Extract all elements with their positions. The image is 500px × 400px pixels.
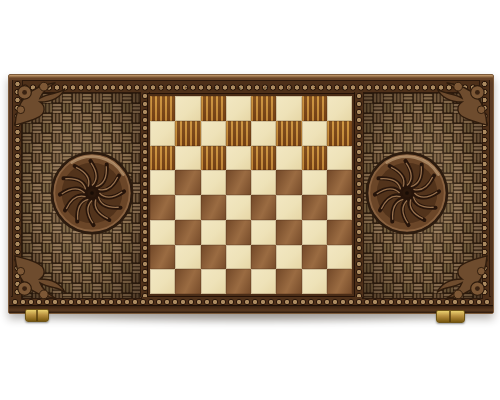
board-square-r7c2 [175,245,200,270]
board-square-r7c3 [201,245,226,270]
coordinate-label: 3 [209,75,215,101]
board-square-r6c1 [150,220,175,245]
board-square-r6c7 [302,220,327,245]
hinge-right [436,310,465,323]
board-square-r8c4 [226,269,251,294]
board-square-r6c3 [201,220,226,245]
corner-ornament-top-left [11,77,69,129]
board-square-r5c1 [150,195,175,220]
board-square-r5c8 [327,195,352,220]
chessboard [148,94,354,296]
board-square-r7c7 [302,245,327,270]
coordinate-label: 8 [338,75,344,101]
corner-ornament-bottom-left [11,252,69,304]
board-square-r5c2 [175,195,200,220]
coordinate-label: 2 [184,75,190,101]
board-square-r2c1 [150,121,175,146]
board-square-r6c4 [226,220,251,245]
board-square-r2c6 [276,121,301,146]
board-square-r4c2 [175,170,200,195]
case-side-edge [9,305,493,313]
board-coordinates-top: 12345678 [148,81,354,94]
board-square-r4c7 [302,170,327,195]
coordinate-label: 1 [158,75,164,101]
board-square-r5c7 [302,195,327,220]
hinge-left [25,309,49,322]
corner-ornament-bottom-right [433,252,491,304]
board-square-r3c3 [201,146,226,171]
board-square-r4c5 [251,170,276,195]
board-square-r6c2 [175,220,200,245]
board-square-r4c1 [150,170,175,195]
board-square-r4c8 [327,170,352,195]
coordinate-label: 4 [235,75,241,101]
board-square-r2c2 [175,121,200,146]
board-square-r3c5 [251,146,276,171]
board-square-r2c3 [201,121,226,146]
board-square-r5c4 [226,195,251,220]
board-square-r4c6 [276,170,301,195]
board-square-r4c4 [226,170,251,195]
coordinate-label: 6 [287,75,293,101]
board-square-r3c4 [226,146,251,171]
board-square-r3c1 [150,146,175,171]
board-square-r5c5 [251,195,276,220]
board-square-r6c5 [251,220,276,245]
board-square-r7c1 [150,245,175,270]
board-square-r8c7 [302,269,327,294]
board-square-r2c5 [251,121,276,146]
board-square-r3c2 [175,146,200,171]
board-square-r2c4 [226,121,251,146]
board-square-r7c4 [226,245,251,270]
board-square-r3c7 [302,146,327,171]
board-square-r2c8 [327,121,352,146]
board-square-r8c8 [327,269,352,294]
board-square-r7c6 [276,245,301,270]
spiral-rosette-right [361,147,453,239]
board-square-r2c7 [302,121,327,146]
board-square-r8c6 [276,269,301,294]
board-square-r4c3 [201,170,226,195]
coordinate-label: 5 [261,75,267,101]
board-square-r6c8 [327,220,352,245]
coordinate-label: 7 [312,75,318,101]
board-square-r6c6 [276,220,301,245]
corner-ornament-top-right [433,77,491,129]
board-square-r3c8 [327,146,352,171]
product-photo: 12345678 [0,0,500,400]
board-square-r7c5 [251,245,276,270]
board-square-r8c2 [175,269,200,294]
board-square-r8c1 [150,269,175,294]
board-square-r8c5 [251,269,276,294]
board-square-r5c3 [201,195,226,220]
carved-wooden-case: 12345678 [8,74,494,314]
board-square-r5c6 [276,195,301,220]
board-square-r3c6 [276,146,301,171]
spiral-rosette-left [46,147,138,239]
board-square-r8c3 [201,269,226,294]
board-square-r7c8 [327,245,352,270]
